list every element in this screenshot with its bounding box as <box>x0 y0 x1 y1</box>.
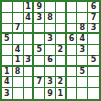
cell-r3c5[interactable] <box>45 24 56 35</box>
cell-r4c2[interactable] <box>13 34 24 45</box>
cell-r6c3[interactable]: 3 <box>24 56 35 67</box>
cell-r3c9[interactable]: 3 <box>88 24 99 35</box>
cell-r2c2[interactable] <box>13 13 24 24</box>
cell-r4c5[interactable]: 3 <box>45 34 56 45</box>
cell-r5c1[interactable] <box>2 45 13 56</box>
cell-r9c1[interactable]: 3 <box>2 88 13 99</box>
cell-r7c5[interactable] <box>45 67 56 78</box>
cell-r9c9[interactable] <box>88 88 99 99</box>
cell-r1c4[interactable]: 9 <box>34 2 45 13</box>
cell-r9c3[interactable] <box>24 88 35 99</box>
cell-r4c4[interactable] <box>34 34 45 45</box>
cell-r5c7[interactable] <box>67 45 78 56</box>
cell-r6c2[interactable]: 1 <box>13 56 24 67</box>
cell-r1c1[interactable] <box>2 2 13 13</box>
cell-r2c8[interactable] <box>77 13 88 24</box>
cell-r1c2[interactable] <box>13 2 24 13</box>
cell-r9c6[interactable]: 1 <box>56 88 67 99</box>
cell-r8c9[interactable] <box>88 77 99 88</box>
cell-r2c6[interactable] <box>56 13 67 24</box>
cell-r2c9[interactable]: 7 <box>88 13 99 24</box>
cell-r3c6[interactable] <box>56 24 67 35</box>
cell-r7c9[interactable] <box>88 67 99 78</box>
cell-r2c7[interactable] <box>67 13 78 24</box>
cell-r1c8[interactable] <box>77 2 88 13</box>
cell-r1c3[interactable]: 1 <box>24 2 35 13</box>
cell-r2c1[interactable] <box>2 13 13 24</box>
cell-r8c4[interactable]: 7 <box>34 77 45 88</box>
cell-r7c8[interactable]: 5 <box>77 67 88 78</box>
cell-r6c7[interactable] <box>67 56 78 67</box>
cell-r5c8[interactable]: 3 <box>77 45 88 56</box>
cell-r5c3[interactable] <box>24 45 35 56</box>
cell-r4c8[interactable]: 4 <box>77 34 88 45</box>
cell-r1c7[interactable] <box>67 2 78 13</box>
cell-r1c9[interactable]: 6 <box>88 2 99 13</box>
cell-r8c5[interactable]: 3 <box>45 77 56 88</box>
cell-r2c4[interactable]: 3 <box>34 13 45 24</box>
cell-r7c1[interactable]: 1 <box>2 67 13 78</box>
cell-r8c8[interactable] <box>77 77 88 88</box>
cell-r3c1[interactable] <box>2 24 13 35</box>
cell-r8c2[interactable] <box>13 77 24 88</box>
cell-r5c5[interactable] <box>45 45 56 56</box>
cell-r7c4[interactable] <box>34 67 45 78</box>
cell-r1c6[interactable] <box>56 2 67 13</box>
cell-r6c8[interactable] <box>77 56 88 67</box>
cell-r4c3[interactable] <box>24 34 35 45</box>
cell-r8c6[interactable]: 2 <box>56 77 67 88</box>
cell-r4c7[interactable]: 6 <box>67 34 78 45</box>
cell-r7c6[interactable] <box>56 67 67 78</box>
cell-r7c7[interactable] <box>67 67 78 78</box>
cell-r9c5[interactable]: 9 <box>45 88 56 99</box>
cell-r5c4[interactable]: 5 <box>34 45 45 56</box>
cell-r9c4[interactable] <box>34 88 45 99</box>
cell-r5c2[interactable]: 4 <box>13 45 24 56</box>
cell-r3c7[interactable] <box>67 24 78 35</box>
cell-r5c6[interactable]: 2 <box>56 45 67 56</box>
cell-r6c5[interactable]: 6 <box>45 56 56 67</box>
cell-r3c2[interactable]: 7 <box>13 24 24 35</box>
cell-r7c3[interactable] <box>24 67 35 78</box>
cell-r4c9[interactable] <box>88 34 99 45</box>
cell-r3c4[interactable] <box>34 24 45 35</box>
sudoku-board: 19643877835364452313651854732391 <box>0 0 101 101</box>
cell-r9c2[interactable] <box>13 88 24 99</box>
cell-r8c3[interactable] <box>24 77 35 88</box>
cell-r6c4[interactable] <box>34 56 45 67</box>
cell-r6c9[interactable]: 5 <box>88 56 99 67</box>
cell-r2c3[interactable]: 4 <box>24 13 35 24</box>
cell-r4c1[interactable]: 5 <box>2 34 13 45</box>
cell-r5c9[interactable] <box>88 45 99 56</box>
cell-r6c6[interactable] <box>56 56 67 67</box>
cell-r9c7[interactable] <box>67 88 78 99</box>
cell-r8c7[interactable] <box>67 77 78 88</box>
cell-r4c6[interactable] <box>56 34 67 45</box>
cell-r6c1[interactable] <box>2 56 13 67</box>
cell-r8c1[interactable]: 4 <box>2 77 13 88</box>
cell-r7c2[interactable]: 8 <box>13 67 24 78</box>
cell-r1c5[interactable] <box>45 2 56 13</box>
cell-r3c3[interactable] <box>24 24 35 35</box>
cell-r2c5[interactable]: 8 <box>45 13 56 24</box>
cell-r9c8[interactable] <box>77 88 88 99</box>
cell-r3c8[interactable]: 8 <box>77 24 88 35</box>
